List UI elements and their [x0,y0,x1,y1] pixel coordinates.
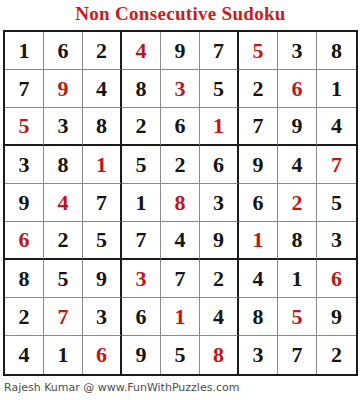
cell-r1c9: 8 [317,32,356,70]
cell-r6c8: 8 [278,222,317,260]
cell-r7c2: 5 [44,260,83,298]
cell-r2c4: 8 [122,70,161,108]
cell-r2c2: 9 [44,70,83,108]
cell-r8c2: 7 [44,298,83,336]
cell-r2c9: 1 [317,70,356,108]
cell-r1c5: 9 [161,32,200,70]
cell-r9c6: 8 [200,336,239,374]
cell-r8c6: 4 [200,298,239,336]
cell-r8c5: 1 [161,298,200,336]
puzzle-page: Non Consecutive Sudoku 16249753879483526… [0,0,361,400]
cell-r2c5: 3 [161,70,200,108]
cell-r4c2: 8 [44,146,83,184]
cell-r4c9: 7 [317,146,356,184]
cell-r6c6: 9 [200,222,239,260]
cell-r7c8: 1 [278,260,317,298]
cell-r9c7: 3 [239,336,278,374]
cell-r5c6: 3 [200,184,239,222]
cell-r7c7: 4 [239,260,278,298]
cell-r5c7: 6 [239,184,278,222]
cell-r9c2: 1 [44,336,83,374]
footer-credit: Rajesh Kumar @ www.FunWithPuzzles.com [4,381,239,394]
cell-r3c1: 5 [5,108,44,146]
cell-r3c2: 3 [44,108,83,146]
cell-r4c7: 9 [239,146,278,184]
cell-r2c7: 2 [239,70,278,108]
cell-r3c3: 8 [83,108,122,146]
cell-r3c6: 1 [200,108,239,146]
cell-r6c9: 3 [317,222,356,260]
cell-r8c1: 2 [5,298,44,336]
cell-r6c3: 5 [83,222,122,260]
cell-r5c3: 7 [83,184,122,222]
cell-r3c7: 7 [239,108,278,146]
cell-r3c4: 2 [122,108,161,146]
cell-r8c3: 3 [83,298,122,336]
page-title: Non Consecutive Sudoku [0,0,361,25]
cell-r8c4: 6 [122,298,161,336]
cell-r5c9: 5 [317,184,356,222]
cell-r6c7: 1 [239,222,278,260]
cell-r3c5: 6 [161,108,200,146]
cell-r9c4: 9 [122,336,161,374]
cell-r9c9: 2 [317,336,356,374]
cell-r5c8: 2 [278,184,317,222]
cell-r7c1: 8 [5,260,44,298]
cell-r6c4: 7 [122,222,161,260]
cell-r7c9: 6 [317,260,356,298]
cell-r1c6: 7 [200,32,239,70]
sudoku-grid: 1624975387948352615382617943815269479471… [3,30,358,376]
cell-r1c1: 1 [5,32,44,70]
cell-r4c5: 2 [161,146,200,184]
cell-r7c3: 9 [83,260,122,298]
cell-r1c3: 2 [83,32,122,70]
cell-r2c6: 5 [200,70,239,108]
cell-r8c7: 8 [239,298,278,336]
cell-r4c4: 5 [122,146,161,184]
sudoku-board: 1624975387948352615382617943815269479471… [3,30,358,376]
cell-r9c8: 7 [278,336,317,374]
cell-r4c8: 4 [278,146,317,184]
cell-r6c1: 6 [5,222,44,260]
cell-r4c6: 6 [200,146,239,184]
cell-r5c2: 4 [44,184,83,222]
cell-r1c4: 4 [122,32,161,70]
cell-r5c4: 1 [122,184,161,222]
cell-r2c8: 6 [278,70,317,108]
cell-r7c4: 3 [122,260,161,298]
cell-r9c3: 6 [83,336,122,374]
cell-r1c2: 6 [44,32,83,70]
cell-r4c3: 1 [83,146,122,184]
cell-r1c7: 5 [239,32,278,70]
cell-r5c5: 8 [161,184,200,222]
cell-r3c8: 9 [278,108,317,146]
cell-r4c1: 3 [5,146,44,184]
cell-r7c5: 7 [161,260,200,298]
cell-r5c1: 9 [5,184,44,222]
cell-r6c5: 4 [161,222,200,260]
cell-r2c3: 4 [83,70,122,108]
cell-r8c9: 9 [317,298,356,336]
cell-r9c1: 4 [5,336,44,374]
cell-r9c5: 5 [161,336,200,374]
cell-r8c8: 5 [278,298,317,336]
cell-r7c6: 2 [200,260,239,298]
cell-r6c2: 2 [44,222,83,260]
cell-r1c8: 3 [278,32,317,70]
cell-r3c9: 4 [317,108,356,146]
cell-r2c1: 7 [5,70,44,108]
